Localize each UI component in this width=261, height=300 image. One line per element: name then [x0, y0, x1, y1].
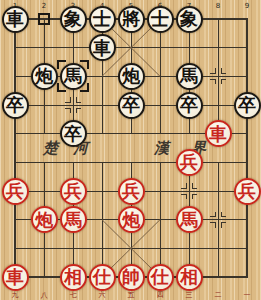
piece-glyph: 仕	[151, 268, 169, 286]
piece-red-advisor[interactable]: 仕	[89, 264, 116, 291]
piece-black-advisor[interactable]: 士	[147, 6, 174, 33]
piece-glyph: 兵	[6, 182, 24, 200]
piece-glyph: 相	[180, 268, 198, 286]
piece-glyph: 炮	[35, 67, 53, 85]
piece-black-chariot[interactable]: 車	[2, 6, 29, 33]
piece-glyph: 相	[64, 268, 82, 286]
piece-glyph: 士	[93, 10, 111, 28]
piece-black-advisor[interactable]: 士	[89, 6, 116, 33]
piece-glyph: 象	[180, 10, 198, 28]
piece-glyph: 兵	[238, 182, 256, 200]
piece-red-cannon[interactable]: 炮	[118, 206, 145, 233]
corner-bracket-icon	[80, 83, 89, 92]
piece-black-soldier[interactable]: 卒	[60, 120, 87, 147]
corner-bracket-icon	[57, 60, 66, 69]
piece-black-cannon[interactable]: 炮	[31, 63, 58, 90]
piece-glyph: 車	[6, 268, 24, 286]
piece-red-soldier[interactable]: 兵	[2, 178, 29, 205]
piece-glyph: 卒	[180, 96, 198, 114]
piece-glyph: 馬	[180, 211, 198, 229]
piece-red-soldier[interactable]: 兵	[60, 178, 87, 205]
piece-black-soldier[interactable]: 卒	[118, 92, 145, 119]
piece-red-advisor[interactable]: 仕	[147, 264, 174, 291]
piece-glyph: 卒	[122, 96, 140, 114]
xiangqi-board: 123456789 九八七六五四三二一 楚河 漢界 車象士將士象車炮馬炮馬卒卒卒…	[0, 0, 261, 300]
piece-red-soldier[interactable]: 兵	[118, 178, 145, 205]
piece-red-general[interactable]: 帥	[118, 264, 145, 291]
piece-red-soldier[interactable]: 兵	[234, 178, 261, 205]
piece-glyph: 兵	[180, 153, 198, 171]
piece-red-horse[interactable]: 馬	[176, 206, 203, 233]
piece-glyph: 炮	[122, 211, 140, 229]
piece-glyph: 馬	[64, 211, 82, 229]
piece-glyph: 炮	[122, 67, 140, 85]
piece-glyph: 象	[64, 10, 82, 28]
piece-red-elephant[interactable]: 相	[176, 264, 203, 291]
piece-glyph: 仕	[93, 268, 111, 286]
piece-glyph: 士	[151, 10, 169, 28]
piece-black-elephant[interactable]: 象	[176, 6, 203, 33]
piece-black-horse[interactable]: 馬	[176, 63, 203, 90]
piece-red-cannon[interactable]: 炮	[31, 206, 58, 233]
corner-bracket-icon	[57, 83, 66, 92]
piece-glyph: 馬	[180, 67, 198, 85]
piece-glyph: 兵	[64, 182, 82, 200]
piece-glyph: 炮	[35, 211, 53, 229]
corner-bracket-icon	[80, 60, 89, 69]
piece-black-chariot[interactable]: 車	[89, 34, 116, 61]
piece-black-soldier[interactable]: 卒	[234, 92, 261, 119]
piece-red-chariot[interactable]: 車	[2, 264, 29, 291]
last-move-destination-marker	[57, 60, 89, 92]
piece-glyph: 車	[93, 39, 111, 57]
piece-glyph: 卒	[64, 125, 82, 143]
piece-glyph: 卒	[238, 96, 256, 114]
piece-glyph: 兵	[122, 182, 140, 200]
piece-red-chariot[interactable]: 車	[205, 120, 232, 147]
piece-black-cannon[interactable]: 炮	[118, 63, 145, 90]
piece-glyph: 車	[6, 10, 24, 28]
piece-red-horse[interactable]: 馬	[60, 206, 87, 233]
piece-black-soldier[interactable]: 卒	[176, 92, 203, 119]
piece-glyph: 帥	[122, 268, 140, 286]
piece-black-soldier[interactable]: 卒	[2, 92, 29, 119]
piece-glyph: 將	[122, 10, 140, 28]
piece-black-general[interactable]: 將	[118, 6, 145, 33]
piece-glyph: 車	[209, 125, 227, 143]
piece-black-elephant[interactable]: 象	[60, 6, 87, 33]
piece-red-elephant[interactable]: 相	[60, 264, 87, 291]
last-move-origin-marker	[38, 13, 50, 25]
piece-glyph: 卒	[6, 96, 24, 114]
piece-red-soldier[interactable]: 兵	[176, 149, 203, 176]
